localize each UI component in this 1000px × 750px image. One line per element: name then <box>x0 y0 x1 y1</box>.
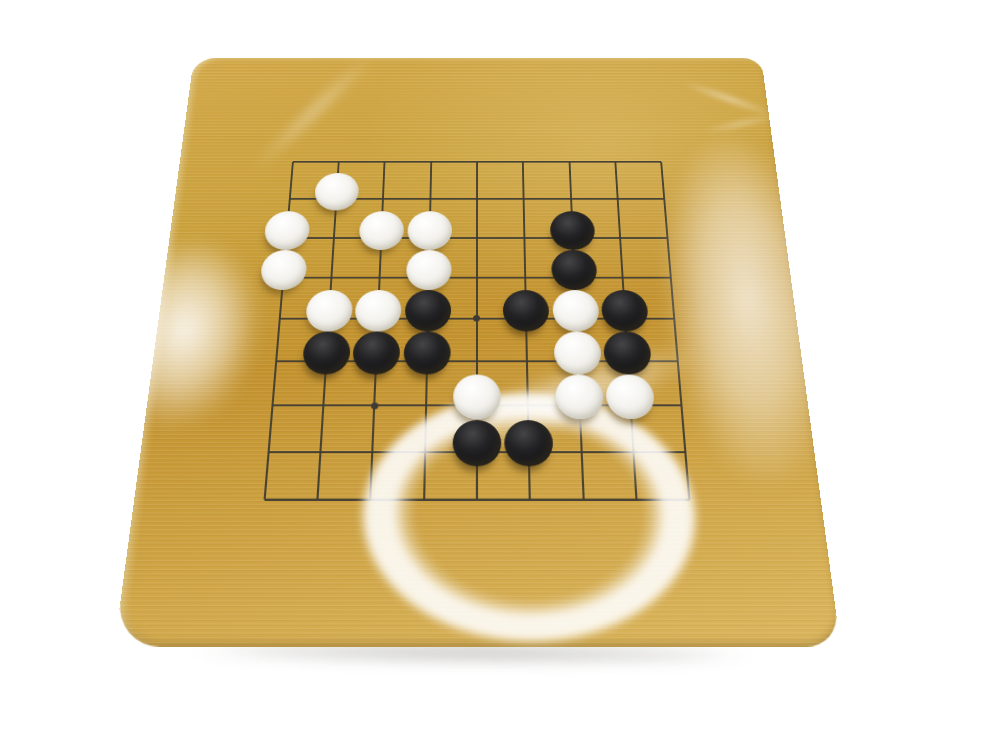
board-intersection[interactable] <box>453 257 502 298</box>
board-intersection[interactable] <box>609 475 665 524</box>
black-stone[interactable] <box>503 290 550 332</box>
board-intersection[interactable] <box>658 429 714 476</box>
board-intersection[interactable] <box>640 180 690 218</box>
board-intersection[interactable] <box>501 298 551 340</box>
board-intersection[interactable] <box>348 383 401 428</box>
board-intersection[interactable] <box>399 383 451 428</box>
board-intersection[interactable] <box>651 340 705 384</box>
board-intersection[interactable] <box>595 218 645 257</box>
board-intersection[interactable] <box>554 429 608 476</box>
board-intersection[interactable] <box>604 383 658 428</box>
board-intersection[interactable] <box>350 340 402 384</box>
white-stone[interactable] <box>453 375 501 420</box>
board-intersection[interactable] <box>591 144 639 181</box>
board-intersection[interactable] <box>244 383 299 428</box>
board-intersection[interactable] <box>240 429 296 476</box>
go-board-grid <box>235 144 718 524</box>
board-intersection[interactable] <box>407 144 454 181</box>
board-intersection[interactable] <box>398 429 451 476</box>
white-stone[interactable] <box>314 173 360 210</box>
go-mat-wrapper <box>114 58 840 647</box>
board-intersection[interactable] <box>655 383 710 428</box>
board-intersection[interactable] <box>643 218 694 257</box>
board-intersection[interactable] <box>637 144 686 181</box>
board-intersection[interactable] <box>396 475 450 524</box>
black-stone[interactable] <box>549 211 595 250</box>
board-intersection[interactable] <box>296 383 350 428</box>
board-intersection[interactable] <box>253 298 306 340</box>
photo-scene <box>0 0 1000 750</box>
board-intersection[interactable] <box>293 429 348 476</box>
board-intersection[interactable] <box>503 475 557 524</box>
board-intersection[interactable] <box>249 340 303 384</box>
star-point <box>473 316 480 322</box>
board-intersection[interactable] <box>343 475 398 524</box>
board-intersection[interactable] <box>450 475 504 524</box>
board-intersection[interactable] <box>546 144 594 181</box>
board-intersection[interactable] <box>451 429 504 476</box>
board-intersection[interactable] <box>257 257 309 298</box>
white-stone[interactable] <box>407 211 452 250</box>
black-stone[interactable] <box>352 332 401 375</box>
board-intersection[interactable] <box>312 180 361 218</box>
board-intersection[interactable] <box>645 257 697 298</box>
board-intersection[interactable] <box>289 475 345 524</box>
board-intersection[interactable] <box>500 144 547 181</box>
board-intersection[interactable] <box>299 340 352 384</box>
board-intersection[interactable] <box>268 144 317 181</box>
white-stone[interactable] <box>405 250 451 290</box>
board-intersection[interactable] <box>309 218 359 257</box>
board-intersection[interactable] <box>606 429 661 476</box>
black-stone[interactable] <box>504 420 553 466</box>
board-intersection[interactable] <box>553 383 606 428</box>
board-intersection[interactable] <box>452 298 502 340</box>
board-intersection[interactable] <box>453 180 500 218</box>
star-point <box>371 402 379 409</box>
black-stone[interactable] <box>302 332 351 375</box>
white-stone[interactable] <box>305 290 354 332</box>
board-intersection[interactable] <box>453 218 501 257</box>
board-intersection[interactable] <box>454 144 500 181</box>
board-intersection[interactable] <box>235 475 292 524</box>
white-stone[interactable] <box>359 211 405 250</box>
board-intersection[interactable] <box>648 298 701 340</box>
black-stone[interactable] <box>404 290 451 332</box>
board-intersection[interactable] <box>401 340 452 384</box>
white-stone[interactable] <box>355 290 403 332</box>
black-stone[interactable] <box>452 420 501 466</box>
board-intersection[interactable] <box>357 218 406 257</box>
board-intersection[interactable] <box>556 475 611 524</box>
black-stone[interactable] <box>403 332 451 375</box>
board-intersection[interactable] <box>661 475 718 524</box>
board-intersection[interactable] <box>361 144 409 181</box>
board-intersection[interactable] <box>345 429 399 476</box>
board-intersection[interactable] <box>502 340 553 384</box>
black-stone[interactable] <box>551 250 598 290</box>
board-intersection[interactable] <box>593 180 642 218</box>
go-mat <box>114 58 840 647</box>
board-intersection[interactable] <box>503 429 556 476</box>
board-intersection[interactable] <box>500 180 548 218</box>
board-intersection[interactable] <box>501 218 550 257</box>
